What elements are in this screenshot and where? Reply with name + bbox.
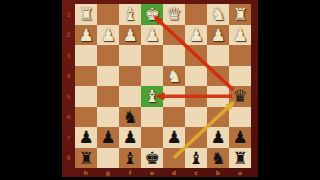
square-d3[interactable] [163, 45, 185, 66]
square-f8[interactable]: ♝ [119, 148, 141, 169]
black-pawn[interactable]: ♟ [210, 127, 225, 148]
square-f5[interactable] [119, 86, 141, 107]
square-f1[interactable]: ♝ [119, 4, 141, 25]
square-g8[interactable] [97, 148, 119, 169]
rank-label-5: 5 [63, 86, 74, 107]
square-d1[interactable]: ♛ [163, 4, 185, 25]
square-e4[interactable] [141, 66, 163, 87]
square-e8[interactable]: ♚ [141, 148, 163, 169]
square-a2[interactable]: ♟ [229, 25, 251, 46]
square-e1[interactable]: ♚ [141, 4, 163, 25]
black-rook[interactable]: ♜ [78, 148, 93, 169]
square-f4[interactable] [119, 66, 141, 87]
file-label-g: g [97, 167, 119, 177]
square-b1[interactable]: ♞ [207, 4, 229, 25]
square-d4[interactable]: ♞ [163, 66, 185, 87]
rank-label-1: 1 [63, 4, 74, 25]
square-c2[interactable]: ♟ [185, 25, 207, 46]
square-a3[interactable] [229, 45, 251, 66]
square-h8[interactable]: ♜ [75, 148, 97, 169]
square-f2[interactable]: ♟ [119, 25, 141, 46]
rank-labels: 12345678 [63, 4, 74, 168]
square-d8[interactable] [163, 148, 185, 169]
square-b8[interactable]: ♞ [207, 148, 229, 169]
black-rook[interactable]: ♜ [232, 148, 247, 169]
square-e7[interactable] [141, 127, 163, 148]
square-a5[interactable]: ♛ [229, 86, 251, 107]
rank-label-3: 3 [63, 45, 74, 66]
square-h7[interactable]: ♟ [75, 127, 97, 148]
square-d5[interactable] [163, 86, 185, 107]
video-frame-background: 12345678 hgfedcba ♜♝♚♛♞♜♟♟♟♟♟♟♟♞♝♛♞♟♟♟♟♟… [0, 0, 320, 180]
square-c8[interactable]: ♝ [185, 148, 207, 169]
square-h5[interactable] [75, 86, 97, 107]
white-pawn[interactable]: ♟ [78, 25, 93, 46]
black-pawn[interactable]: ♟ [100, 127, 115, 148]
square-b2[interactable]: ♟ [207, 25, 229, 46]
square-g7[interactable]: ♟ [97, 127, 119, 148]
file-label-d: d [163, 167, 185, 177]
square-g2[interactable]: ♟ [97, 25, 119, 46]
white-knight[interactable]: ♞ [210, 4, 225, 25]
square-h4[interactable] [75, 66, 97, 87]
square-h6[interactable] [75, 107, 97, 128]
file-label-e: e [141, 167, 163, 177]
white-pawn[interactable]: ♟ [232, 25, 247, 46]
square-a1[interactable]: ♜ [229, 4, 251, 25]
white-queen[interactable]: ♛ [166, 4, 181, 25]
square-d2[interactable] [163, 25, 185, 46]
square-a4[interactable] [229, 66, 251, 87]
square-b3[interactable] [207, 45, 229, 66]
rank-label-8: 8 [63, 148, 74, 169]
black-queen[interactable]: ♛ [232, 86, 247, 107]
square-h2[interactable]: ♟ [75, 25, 97, 46]
rank-label-4: 4 [63, 66, 74, 87]
white-pawn[interactable]: ♟ [100, 25, 115, 46]
white-pawn[interactable]: ♟ [210, 25, 225, 46]
black-pawn[interactable]: ♟ [122, 127, 137, 148]
square-f7[interactable]: ♟ [119, 127, 141, 148]
file-label-a: a [229, 167, 251, 177]
black-pawn[interactable]: ♟ [232, 127, 247, 148]
chessboard: ♜♝♚♛♞♜♟♟♟♟♟♟♟♞♝♛♞♟♟♟♟♟♟♜♝♚♝♞♜ [75, 4, 251, 168]
square-g5[interactable] [97, 86, 119, 107]
square-e3[interactable] [141, 45, 163, 66]
square-a8[interactable]: ♜ [229, 148, 251, 169]
file-label-f: f [119, 167, 141, 177]
white-rook[interactable]: ♜ [78, 4, 93, 25]
square-b7[interactable]: ♟ [207, 127, 229, 148]
black-bishop[interactable]: ♝ [122, 148, 137, 169]
square-c6[interactable] [185, 107, 207, 128]
square-d6[interactable] [163, 107, 185, 128]
file-label-c: c [185, 167, 207, 177]
white-bishop[interactable]: ♝ [144, 86, 159, 107]
square-e6[interactable] [141, 107, 163, 128]
square-b4[interactable] [207, 66, 229, 87]
square-b5[interactable] [207, 86, 229, 107]
square-g3[interactable] [97, 45, 119, 66]
square-b6[interactable] [207, 107, 229, 128]
square-f6[interactable]: ♞ [119, 107, 141, 128]
square-h3[interactable] [75, 45, 97, 66]
black-knight[interactable]: ♞ [122, 107, 137, 128]
square-a6[interactable] [229, 107, 251, 128]
black-bishop[interactable]: ♝ [188, 148, 203, 169]
square-f3[interactable] [119, 45, 141, 66]
white-pawn[interactable]: ♟ [122, 25, 137, 46]
file-label-b: b [207, 167, 229, 177]
square-c7[interactable] [185, 127, 207, 148]
rank-label-6: 6 [63, 107, 74, 128]
file-label-h: h [75, 167, 97, 177]
rank-label-2: 2 [63, 25, 74, 46]
black-pawn[interactable]: ♟ [78, 127, 93, 148]
rank-label-7: 7 [63, 127, 74, 148]
square-e2[interactable]: ♟ [141, 25, 163, 46]
square-d7[interactable]: ♟ [163, 127, 185, 148]
file-labels: hgfedcba [75, 167, 251, 177]
black-pawn[interactable]: ♟ [166, 127, 181, 148]
black-knight[interactable]: ♞ [210, 148, 225, 169]
square-c5[interactable] [185, 86, 207, 107]
white-rook[interactable]: ♜ [232, 4, 247, 25]
square-h1[interactable]: ♜ [75, 4, 97, 25]
square-g6[interactable] [97, 107, 119, 128]
white-knight[interactable]: ♞ [166, 66, 181, 87]
white-king[interactable]: ♚ [144, 4, 159, 25]
square-c1[interactable] [185, 4, 207, 25]
square-a7[interactable]: ♟ [229, 127, 251, 148]
white-pawn[interactable]: ♟ [144, 25, 159, 46]
black-king[interactable]: ♚ [144, 148, 159, 169]
square-e5[interactable]: ♝ [141, 86, 163, 107]
square-c4[interactable] [185, 66, 207, 87]
white-pawn[interactable]: ♟ [188, 25, 203, 46]
square-g1[interactable] [97, 4, 119, 25]
white-bishop[interactable]: ♝ [122, 4, 137, 25]
square-g4[interactable] [97, 66, 119, 87]
square-c3[interactable] [185, 45, 207, 66]
